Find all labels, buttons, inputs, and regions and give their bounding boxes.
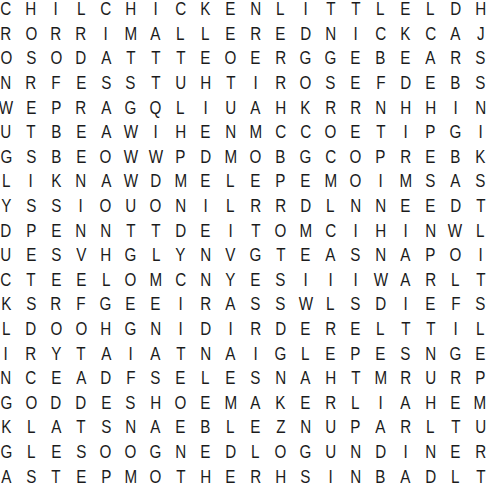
grid-cell[interactable]: A — [93, 119, 118, 144]
grid-cell[interactable]: N — [468, 95, 487, 120]
grid-cell[interactable]: E — [68, 464, 93, 486]
grid-cell[interactable]: L — [368, 316, 393, 341]
grid-cell[interactable]: N — [368, 242, 393, 267]
grid-cell[interactable]: L — [418, 0, 443, 21]
grid-cell[interactable]: E — [243, 267, 268, 292]
grid-cell[interactable]: I — [343, 21, 368, 46]
grid-cell[interactable]: S — [18, 292, 43, 317]
grid-cell[interactable]: G — [118, 242, 143, 267]
grid-cell[interactable]: O — [443, 242, 468, 267]
grid-cell[interactable]: H — [143, 390, 168, 415]
grid-cell[interactable]: E — [93, 390, 118, 415]
grid-cell[interactable]: D — [168, 218, 193, 243]
grid-cell[interactable]: S — [18, 193, 43, 218]
grid-cell[interactable]: H — [193, 464, 218, 486]
grid-cell[interactable]: R — [0, 21, 18, 46]
grid-cell[interactable]: C — [18, 365, 43, 390]
grid-cell[interactable]: T — [443, 415, 468, 440]
grid-cell[interactable]: B — [443, 144, 468, 169]
grid-cell[interactable]: I — [443, 95, 468, 120]
grid-cell[interactable]: R — [268, 70, 293, 95]
grid-cell[interactable]: I — [443, 316, 468, 341]
grid-cell[interactable]: C — [268, 119, 293, 144]
grid-cell[interactable]: S — [468, 46, 487, 71]
grid-cell[interactable]: L — [318, 193, 343, 218]
grid-cell[interactable]: D — [193, 316, 218, 341]
grid-cell[interactable]: T — [418, 316, 443, 341]
grid-cell[interactable]: E — [193, 439, 218, 464]
grid-cell[interactable]: S — [93, 415, 118, 440]
grid-cell[interactable]: O — [218, 46, 243, 71]
grid-cell[interactable]: A — [243, 95, 268, 120]
grid-cell[interactable]: A — [218, 341, 243, 366]
grid-cell[interactable]: K — [293, 95, 318, 120]
grid-cell[interactable]: B — [368, 46, 393, 71]
grid-cell[interactable]: E — [343, 316, 368, 341]
grid-cell[interactable]: A — [93, 46, 118, 71]
grid-cell[interactable]: I — [343, 267, 368, 292]
grid-cell[interactable]: R — [193, 292, 218, 317]
grid-cell[interactable]: I — [218, 218, 243, 243]
grid-cell[interactable]: E — [318, 341, 343, 366]
grid-cell[interactable]: E — [293, 169, 318, 194]
grid-cell[interactable]: H — [118, 0, 143, 21]
grid-cell[interactable]: S — [93, 70, 118, 95]
grid-cell[interactable]: E — [168, 415, 193, 440]
grid-cell[interactable]: I — [218, 316, 243, 341]
grid-cell[interactable]: R — [268, 46, 293, 71]
grid-cell[interactable]: E — [293, 242, 318, 267]
grid-cell[interactable]: I — [293, 0, 318, 21]
grid-cell[interactable]: A — [143, 341, 168, 366]
grid-cell[interactable]: K — [468, 144, 487, 169]
grid-cell[interactable]: P — [43, 95, 68, 120]
grid-cell[interactable]: L — [468, 316, 487, 341]
grid-cell[interactable]: P — [93, 464, 118, 486]
grid-cell[interactable]: L — [18, 439, 43, 464]
grid-cell[interactable]: L — [318, 292, 343, 317]
grid-cell[interactable]: C — [0, 267, 18, 292]
grid-cell[interactable]: R — [393, 415, 418, 440]
grid-cell[interactable]: A — [218, 292, 243, 317]
grid-cell[interactable]: T — [368, 119, 393, 144]
grid-cell[interactable]: N — [293, 415, 318, 440]
grid-cell[interactable]: S — [293, 464, 318, 486]
grid-cell[interactable]: M — [393, 169, 418, 194]
grid-cell[interactable]: L — [168, 21, 193, 46]
grid-cell[interactable]: N — [343, 193, 368, 218]
grid-cell[interactable]: G — [118, 95, 143, 120]
grid-cell[interactable]: D — [268, 316, 293, 341]
grid-cell[interactable]: G — [443, 341, 468, 366]
grid-cell[interactable]: D — [68, 390, 93, 415]
grid-cell[interactable]: S — [418, 169, 443, 194]
grid-cell[interactable]: E — [43, 218, 68, 243]
grid-cell[interactable]: G — [243, 242, 268, 267]
grid-cell[interactable]: A — [418, 46, 443, 71]
grid-cell[interactable]: A — [43, 415, 68, 440]
grid-cell[interactable]: O — [93, 144, 118, 169]
grid-cell[interactable]: T — [68, 341, 93, 366]
grid-cell[interactable]: P — [343, 415, 368, 440]
grid-cell[interactable]: I — [368, 169, 393, 194]
grid-cell[interactable]: L — [193, 21, 218, 46]
grid-cell[interactable]: R — [318, 316, 343, 341]
grid-cell[interactable]: L — [168, 95, 193, 120]
grid-cell[interactable]: E — [418, 193, 443, 218]
grid-cell[interactable]: D — [143, 169, 168, 194]
grid-cell[interactable]: T — [318, 0, 343, 21]
grid-cell[interactable]: B — [43, 119, 68, 144]
grid-cell[interactable]: H — [268, 464, 293, 486]
grid-cell[interactable]: B — [268, 144, 293, 169]
grid-cell[interactable]: I — [243, 341, 268, 366]
grid-cell[interactable]: I — [18, 169, 43, 194]
grid-cell[interactable]: U — [118, 193, 143, 218]
grid-cell[interactable]: Y — [218, 267, 243, 292]
grid-cell[interactable]: F — [68, 292, 93, 317]
grid-cell[interactable]: D — [443, 193, 468, 218]
grid-cell[interactable]: A — [93, 95, 118, 120]
grid-cell[interactable]: P — [168, 144, 193, 169]
grid-cell[interactable]: S — [18, 144, 43, 169]
grid-cell[interactable]: A — [443, 169, 468, 194]
grid-cell[interactable]: N — [368, 193, 393, 218]
grid-cell[interactable]: R — [443, 365, 468, 390]
grid-cell[interactable]: S — [143, 365, 168, 390]
grid-cell[interactable]: M — [218, 144, 243, 169]
grid-cell[interactable]: I — [143, 0, 168, 21]
grid-cell[interactable]: I — [143, 119, 168, 144]
grid-cell[interactable]: O — [68, 316, 93, 341]
grid-cell[interactable]: D — [0, 218, 18, 243]
grid-cell[interactable]: C — [93, 0, 118, 21]
grid-cell[interactable]: U — [418, 365, 443, 390]
grid-cell[interactable]: G — [0, 439, 18, 464]
grid-cell[interactable]: D — [218, 439, 243, 464]
grid-cell[interactable]: E — [393, 0, 418, 21]
grid-cell[interactable]: R — [18, 70, 43, 95]
grid-cell[interactable]: Q — [143, 95, 168, 120]
grid-cell[interactable]: E — [143, 292, 168, 317]
grid-cell[interactable]: M — [318, 169, 343, 194]
grid-cell[interactable]: A — [393, 390, 418, 415]
grid-cell[interactable]: C — [318, 144, 343, 169]
grid-cell[interactable]: U — [218, 95, 243, 120]
grid-cell[interactable]: I — [393, 218, 418, 243]
grid-cell[interactable]: S — [18, 46, 43, 71]
grid-cell[interactable]: L — [443, 464, 468, 486]
grid-cell[interactable]: B — [368, 464, 393, 486]
grid-cell[interactable]: E — [468, 341, 487, 366]
grid-cell[interactable]: M — [243, 119, 268, 144]
grid-cell[interactable]: G — [0, 390, 18, 415]
grid-cell[interactable]: A — [293, 365, 318, 390]
grid-cell[interactable]: I — [393, 439, 418, 464]
grid-cell[interactable]: T — [18, 267, 43, 292]
grid-cell[interactable]: I — [0, 341, 18, 366]
grid-cell[interactable]: A — [68, 365, 93, 390]
grid-cell[interactable]: N — [243, 0, 268, 21]
grid-cell[interactable]: S — [343, 242, 368, 267]
grid-cell[interactable]: M — [368, 365, 393, 390]
grid-cell[interactable]: R — [43, 21, 68, 46]
grid-cell[interactable]: E — [193, 169, 218, 194]
grid-cell[interactable]: A — [393, 242, 418, 267]
grid-cell[interactable]: H — [93, 316, 118, 341]
grid-cell[interactable]: G — [93, 292, 118, 317]
grid-cell[interactable]: L — [418, 415, 443, 440]
grid-cell[interactable]: E — [243, 169, 268, 194]
grid-cell[interactable]: B — [443, 70, 468, 95]
grid-cell[interactable]: E — [193, 46, 218, 71]
grid-cell[interactable]: W — [118, 144, 143, 169]
grid-cell[interactable]: V — [218, 242, 243, 267]
grid-cell[interactable]: I — [168, 316, 193, 341]
grid-cell[interactable]: L — [468, 218, 487, 243]
grid-cell[interactable]: U — [468, 415, 487, 440]
grid-cell[interactable]: L — [193, 365, 218, 390]
grid-cell[interactable]: O — [93, 439, 118, 464]
grid-cell[interactable]: L — [268, 0, 293, 21]
grid-cell[interactable]: R — [243, 21, 268, 46]
grid-cell[interactable]: R — [343, 95, 368, 120]
grid-cell[interactable]: A — [443, 21, 468, 46]
grid-cell[interactable]: I — [193, 95, 218, 120]
grid-cell[interactable]: E — [243, 46, 268, 71]
grid-cell[interactable]: L — [68, 0, 93, 21]
grid-cell[interactable]: T — [168, 46, 193, 71]
grid-cell[interactable]: O — [343, 144, 368, 169]
grid-cell[interactable]: E — [18, 95, 43, 120]
grid-cell[interactable]: E — [68, 267, 93, 292]
grid-cell[interactable]: S — [268, 267, 293, 292]
grid-cell[interactable]: F — [118, 365, 143, 390]
grid-cell[interactable]: E — [118, 292, 143, 317]
grid-cell[interactable]: D — [68, 46, 93, 71]
grid-cell[interactable]: F — [443, 292, 468, 317]
grid-cell[interactable]: H — [268, 95, 293, 120]
grid-cell[interactable]: N — [193, 341, 218, 366]
grid-cell[interactable]: O — [43, 46, 68, 71]
grid-cell[interactable]: Y — [0, 193, 18, 218]
grid-cell[interactable]: H — [468, 0, 487, 21]
grid-cell[interactable]: S — [243, 292, 268, 317]
grid-cell[interactable]: N — [93, 218, 118, 243]
grid-cell[interactable]: E — [418, 292, 443, 317]
grid-cell[interactable]: P — [368, 144, 393, 169]
grid-cell[interactable]: A — [318, 242, 343, 267]
grid-cell[interactable]: I — [318, 267, 343, 292]
grid-cell[interactable]: E — [43, 267, 68, 292]
grid-cell[interactable]: S — [18, 464, 43, 486]
grid-cell[interactable]: F — [43, 70, 68, 95]
grid-cell[interactable]: I — [118, 341, 143, 366]
grid-cell[interactable]: R — [18, 341, 43, 366]
grid-cell[interactable]: N — [343, 464, 368, 486]
grid-cell[interactable]: O — [268, 439, 293, 464]
grid-cell[interactable]: S — [118, 390, 143, 415]
grid-cell[interactable]: P — [18, 218, 43, 243]
grid-cell[interactable]: U — [0, 119, 18, 144]
grid-cell[interactable]: O — [293, 70, 318, 95]
grid-cell[interactable]: N — [68, 218, 93, 243]
grid-cell[interactable]: O — [43, 316, 68, 341]
grid-cell[interactable]: H — [193, 70, 218, 95]
grid-cell[interactable]: D — [18, 316, 43, 341]
grid-cell[interactable]: R — [443, 46, 468, 71]
grid-cell[interactable]: G — [443, 119, 468, 144]
grid-cell[interactable]: N — [193, 267, 218, 292]
grid-cell[interactable]: R — [268, 193, 293, 218]
grid-cell[interactable]: T — [268, 242, 293, 267]
grid-cell[interactable]: E — [393, 46, 418, 71]
grid-cell[interactable]: E — [343, 119, 368, 144]
grid-cell[interactable]: W — [118, 119, 143, 144]
grid-cell[interactable]: S — [43, 193, 68, 218]
grid-cell[interactable]: O — [93, 193, 118, 218]
grid-cell[interactable]: N — [168, 193, 193, 218]
grid-cell[interactable]: U — [168, 70, 193, 95]
grid-cell[interactable]: D — [368, 292, 393, 317]
grid-cell[interactable]: M — [118, 464, 143, 486]
grid-cell[interactable]: G — [318, 46, 343, 71]
grid-cell[interactable]: T — [393, 316, 418, 341]
grid-cell[interactable]: S — [68, 439, 93, 464]
grid-cell[interactable]: L — [343, 390, 368, 415]
grid-cell[interactable]: C — [418, 21, 443, 46]
grid-cell[interactable]: G — [268, 341, 293, 366]
grid-cell[interactable]: T — [343, 365, 368, 390]
grid-cell[interactable]: E — [443, 390, 468, 415]
grid-cell[interactable]: L — [293, 341, 318, 366]
grid-cell[interactable]: G — [293, 144, 318, 169]
grid-cell[interactable]: K — [393, 21, 418, 46]
grid-cell[interactable]: H — [318, 365, 343, 390]
grid-cell[interactable]: E — [168, 365, 193, 390]
grid-cell[interactable]: T — [468, 193, 487, 218]
grid-cell[interactable]: N — [268, 365, 293, 390]
grid-cell[interactable]: T — [243, 218, 268, 243]
grid-cell[interactable]: V — [68, 242, 93, 267]
grid-cell[interactable]: D — [43, 390, 68, 415]
grid-cell[interactable]: T — [143, 46, 168, 71]
grid-cell[interactable]: M — [468, 390, 487, 415]
grid-cell[interactable]: N — [68, 169, 93, 194]
grid-cell[interactable]: R — [243, 464, 268, 486]
grid-cell[interactable]: R — [318, 390, 343, 415]
grid-cell[interactable]: T — [68, 415, 93, 440]
grid-cell[interactable]: C — [293, 119, 318, 144]
grid-cell[interactable]: E — [418, 144, 443, 169]
grid-cell[interactable]: E — [18, 242, 43, 267]
grid-cell[interactable]: R — [243, 316, 268, 341]
grid-cell[interactable]: J — [468, 21, 487, 46]
grid-cell[interactable]: I — [43, 0, 68, 21]
grid-cell[interactable]: S — [393, 341, 418, 366]
grid-cell[interactable]: E — [368, 341, 393, 366]
grid-cell[interactable]: O — [318, 119, 343, 144]
grid-cell[interactable]: A — [93, 169, 118, 194]
grid-cell[interactable]: H — [93, 242, 118, 267]
grid-cell[interactable]: U — [318, 439, 343, 464]
grid-cell[interactable]: E — [43, 439, 68, 464]
grid-cell[interactable]: T — [343, 0, 368, 21]
grid-cell[interactable]: H — [368, 218, 393, 243]
grid-cell[interactable]: R — [393, 365, 418, 390]
grid-cell[interactable]: H — [168, 119, 193, 144]
grid-cell[interactable]: M — [143, 267, 168, 292]
grid-cell[interactable]: L — [143, 242, 168, 267]
grid-cell[interactable]: I — [168, 292, 193, 317]
grid-cell[interactable]: K — [193, 0, 218, 21]
grid-cell[interactable]: N — [168, 439, 193, 464]
grid-cell[interactable]: K — [0, 415, 18, 440]
grid-cell[interactable]: T — [118, 46, 143, 71]
grid-cell[interactable]: A — [93, 341, 118, 366]
grid-cell[interactable]: M — [118, 21, 143, 46]
grid-cell[interactable]: I — [343, 218, 368, 243]
grid-cell[interactable]: T — [168, 341, 193, 366]
grid-cell[interactable]: N — [418, 341, 443, 366]
grid-cell[interactable]: N — [343, 439, 368, 464]
grid-cell[interactable]: L — [0, 169, 18, 194]
grid-cell[interactable]: E — [68, 70, 93, 95]
grid-cell[interactable]: I — [68, 193, 93, 218]
grid-cell[interactable]: O — [243, 144, 268, 169]
grid-cell[interactable]: U — [318, 415, 343, 440]
grid-cell[interactable]: E — [193, 218, 218, 243]
grid-cell[interactable]: D — [368, 439, 393, 464]
grid-cell[interactable]: S — [118, 70, 143, 95]
grid-cell[interactable]: B — [43, 144, 68, 169]
grid-cell[interactable]: I — [393, 292, 418, 317]
grid-cell[interactable]: E — [218, 464, 243, 486]
grid-cell[interactable]: Y — [43, 341, 68, 366]
grid-cell[interactable]: L — [218, 193, 243, 218]
grid-cell[interactable]: O — [343, 169, 368, 194]
grid-cell[interactable]: N — [218, 119, 243, 144]
grid-cell[interactable]: N — [118, 415, 143, 440]
grid-cell[interactable]: G — [293, 439, 318, 464]
grid-cell[interactable]: G — [118, 316, 143, 341]
grid-cell[interactable]: B — [193, 415, 218, 440]
grid-cell[interactable]: T — [143, 70, 168, 95]
grid-cell[interactable]: I — [318, 464, 343, 486]
grid-cell[interactable]: W — [293, 292, 318, 317]
grid-cell[interactable]: O — [268, 218, 293, 243]
grid-cell[interactable]: N — [193, 242, 218, 267]
grid-cell[interactable]: A — [393, 464, 418, 486]
grid-cell[interactable]: O — [118, 439, 143, 464]
grid-cell[interactable]: S — [468, 169, 487, 194]
grid-cell[interactable]: C — [318, 218, 343, 243]
grid-cell[interactable]: L — [218, 169, 243, 194]
grid-cell[interactable]: N — [418, 218, 443, 243]
grid-cell[interactable]: O — [143, 464, 168, 486]
grid-cell[interactable]: D — [443, 0, 468, 21]
grid-cell[interactable]: A — [143, 21, 168, 46]
grid-cell[interactable]: E — [68, 144, 93, 169]
grid-cell[interactable]: W — [0, 95, 18, 120]
grid-cell[interactable]: H — [418, 390, 443, 415]
grid-cell[interactable]: H — [18, 0, 43, 21]
grid-cell[interactable]: Y — [168, 242, 193, 267]
grid-cell[interactable]: G — [0, 144, 18, 169]
grid-cell[interactable]: D — [293, 193, 318, 218]
grid-cell[interactable]: G — [143, 439, 168, 464]
grid-cell[interactable]: E — [68, 119, 93, 144]
